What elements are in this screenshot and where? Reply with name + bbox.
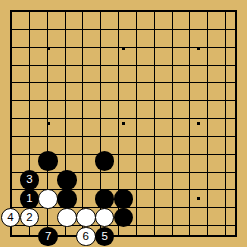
star-point [47, 47, 50, 50]
stone-black-move-5[interactable]: 5 [95, 227, 115, 247]
stone-white[interactable] [76, 208, 96, 228]
stone-black[interactable] [57, 189, 77, 209]
star-point [122, 122, 125, 125]
stone-black-move-1[interactable]: 1 [20, 189, 40, 209]
stone-white-move-6[interactable]: 6 [76, 227, 96, 247]
stone-white[interactable] [57, 208, 77, 228]
star-point [197, 197, 200, 200]
stone-white-move-2[interactable]: 2 [20, 208, 40, 228]
stone-black-move-7[interactable]: 7 [38, 227, 58, 247]
stone-black[interactable] [95, 189, 115, 209]
go-board[interactable]: 3142765 [0, 0, 247, 247]
stone-black[interactable] [57, 170, 77, 190]
star-point [122, 47, 125, 50]
star-point [197, 47, 200, 50]
stone-black[interactable] [38, 151, 58, 171]
board-points-layer: 3142765 [1, 1, 246, 246]
stone-black[interactable] [95, 151, 115, 171]
stone-white[interactable] [38, 189, 58, 209]
stone-black-move-3[interactable]: 3 [20, 170, 40, 190]
stone-white-move-4[interactable]: 4 [1, 208, 21, 228]
star-point [47, 122, 50, 125]
stone-black[interactable] [114, 208, 134, 228]
star-point [197, 122, 200, 125]
stone-black[interactable] [114, 189, 134, 209]
stone-white[interactable] [95, 208, 115, 228]
